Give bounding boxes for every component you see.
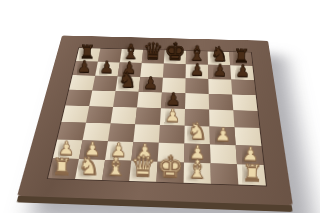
square-c1[interactable]: ♝ [102, 160, 131, 181]
square-g5[interactable] [209, 94, 234, 111]
square-b6[interactable] [92, 76, 117, 91]
square-b7[interactable]: ♟ [95, 62, 120, 77]
square-g7[interactable]: ♟ [208, 65, 231, 80]
chess-board: ♜♝♛♚♝♞♜♟♟♟♟♟♟♞♟♟♟♞♟♟♟♟♟♟♟♜♞♝♛♚♝♜ [47, 48, 267, 187]
white-rook-h1[interactable]: ♜ [242, 161, 263, 184]
black-queen-d8[interactable]: ♛ [143, 40, 164, 63]
square-e8[interactable]: ♚ [164, 50, 186, 64]
square-g1[interactable] [210, 164, 238, 185]
square-h5[interactable] [232, 95, 257, 112]
black-pawn-h7[interactable]: ♟ [235, 63, 250, 80]
white-queen-d1[interactable]: ♛ [130, 152, 156, 181]
square-b5[interactable] [89, 91, 115, 107]
square-a4[interactable] [61, 106, 89, 123]
square-a5[interactable] [65, 90, 92, 106]
white-pawn-g3[interactable]: ♟ [215, 126, 232, 145]
square-f6[interactable] [185, 78, 208, 94]
square-d6[interactable]: ♟ [139, 77, 163, 93]
square-h6[interactable] [231, 80, 256, 96]
square-a1[interactable]: ♜ [48, 158, 79, 179]
white-bishop-f1[interactable]: ♝ [186, 157, 209, 183]
square-c5[interactable] [113, 91, 139, 107]
square-b1[interactable]: ♞ [75, 159, 105, 180]
square-e1[interactable]: ♚ [156, 162, 184, 183]
black-pawn-b7[interactable]: ♟ [99, 59, 114, 75]
white-pawn-e4[interactable]: ♟ [164, 107, 180, 125]
square-c4[interactable] [111, 107, 137, 124]
square-g2[interactable] [210, 144, 237, 164]
white-king-e1[interactable]: ♚ [157, 152, 184, 182]
black-pawn-g7[interactable]: ♟ [212, 62, 227, 78]
square-h4[interactable] [233, 111, 259, 129]
chess-board-frame: ♜♝♛♚♝♞♜♟♟♟♟♟♟♞♟♟♟♞♟♟♟♟♟♟♟♜♞♝♛♚♝♜ [17, 36, 293, 206]
white-knight-b1[interactable]: ♞ [78, 154, 101, 180]
square-g3[interactable]: ♟ [210, 127, 236, 146]
black-knight-c6[interactable]: ♞ [118, 69, 138, 91]
square-d5[interactable] [137, 92, 162, 108]
square-f7[interactable]: ♟ [186, 64, 209, 79]
square-c6[interactable]: ♞ [115, 77, 140, 92]
photo-background: ♜♝♛♚♝♞♜♟♟♟♟♟♟♞♟♟♟♞♟♟♟♟♟♟♟♜♞♝♛♚♝♜ [0, 0, 320, 213]
square-g6[interactable] [208, 79, 232, 95]
square-d8[interactable]: ♛ [142, 50, 165, 64]
square-h7[interactable]: ♟ [230, 66, 254, 81]
black-pawn-d6[interactable]: ♟ [143, 75, 158, 92]
square-e4[interactable]: ♟ [160, 108, 185, 125]
square-a6[interactable] [69, 75, 95, 90]
white-bishop-c1[interactable]: ♝ [105, 155, 128, 181]
square-e3[interactable] [159, 125, 185, 144]
square-a7[interactable]: ♟ [73, 61, 98, 76]
black-king-e8[interactable]: ♚ [164, 39, 186, 63]
white-rook-a1[interactable]: ♜ [52, 155, 73, 178]
square-e7[interactable] [163, 64, 186, 79]
square-f5[interactable] [185, 93, 209, 110]
square-f1[interactable]: ♝ [184, 163, 211, 184]
square-d4[interactable] [135, 108, 161, 125]
square-b4[interactable] [86, 106, 113, 123]
black-pawn-f7[interactable]: ♟ [190, 62, 205, 78]
black-pawn-a7[interactable]: ♟ [77, 59, 92, 75]
square-h1[interactable]: ♜ [237, 164, 266, 185]
square-d1[interactable]: ♛ [129, 161, 157, 182]
